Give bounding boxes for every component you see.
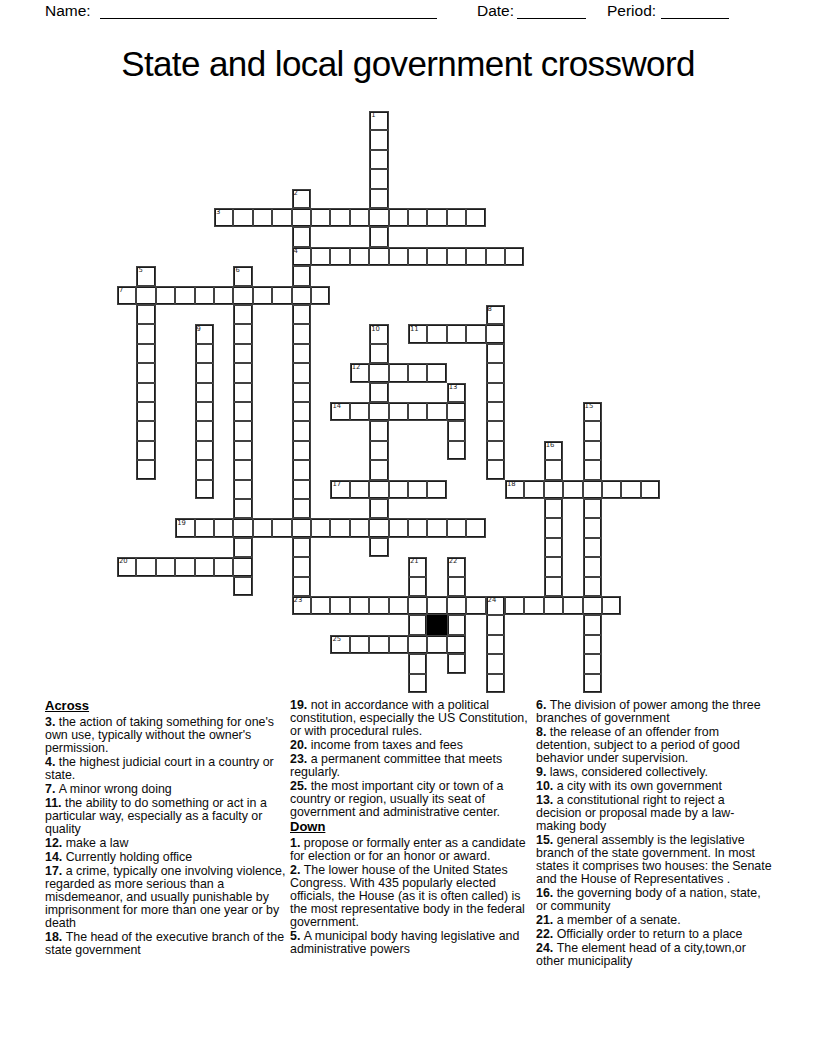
grid-cell[interactable] [583,654,602,673]
grid-cell[interactable] [447,518,466,537]
grid-cell[interactable] [292,344,311,363]
grid-cell[interactable] [292,577,311,596]
grid-cell[interactable] [447,654,466,673]
down-header: Down [290,820,534,834]
grid-cell[interactable] [136,286,155,305]
grid-cell[interactable] [602,480,621,499]
grid-cell[interactable] [292,324,311,343]
grid-cell[interactable] [583,421,602,440]
grid-cell[interactable] [466,324,485,343]
grid-cell[interactable] [233,538,252,557]
clue-number: 23. [290,752,311,766]
grid-cell[interactable] [447,383,466,402]
grid-cell[interactable] [350,596,369,615]
grid-cell[interactable] [583,480,602,499]
grid-cell[interactable] [369,441,388,460]
grid-cell[interactable] [369,383,388,402]
grid-cell[interactable] [447,596,466,615]
grid-cell[interactable] [136,441,155,460]
grid-cell[interactable] [136,402,155,421]
grid-cell[interactable] [175,518,194,537]
clue-item-12: 12. make a law [45,837,288,850]
grid-cell[interactable] [427,363,446,382]
grid-cell[interactable] [408,596,427,615]
grid-cell[interactable] [292,247,311,266]
grid-cell[interactable] [233,344,252,363]
grid-cell[interactable] [272,208,291,227]
grid-cell[interactable] [389,596,408,615]
grid-cell[interactable] [563,480,582,499]
grid-cell[interactable] [233,499,252,518]
grid-cell[interactable] [427,324,446,343]
clue-number: 13. [536,793,557,807]
grid-cell[interactable] [330,402,349,421]
period-label: Period: [607,2,656,19]
grid-cell[interactable] [292,363,311,382]
period-blank-line [661,1,729,19]
grid-cell[interactable] [369,189,388,208]
clue-item-9: 9. laws, considered collectively. [536,766,773,779]
clue-number: 11. [45,796,65,810]
clue-item-8: 8. the release of an offender from deten… [536,726,773,765]
grid-cell[interactable] [427,635,446,654]
grid-cell[interactable] [408,518,427,537]
grid-cell[interactable] [544,480,563,499]
clue-number: 17. [45,864,66,878]
grid-cell[interactable] [292,421,311,440]
clue-item-10: 10. a city with its own government [536,780,773,793]
grid-cell[interactable] [292,266,311,285]
grid-cell[interactable] [175,557,194,576]
clue-item-2: 2. The lower house of the United States … [290,864,534,929]
grid-cell[interactable] [330,480,349,499]
grid-cell[interactable] [486,596,505,615]
grid-cell[interactable] [505,480,524,499]
grid-cell[interactable] [214,518,233,537]
grid-cell[interactable] [486,674,505,693]
grid-cell[interactable] [233,305,252,324]
grid-cell[interactable] [369,247,388,266]
grid-cell[interactable] [292,596,311,615]
grid-cell[interactable] [214,557,233,576]
grid-cell[interactable] [447,441,466,460]
grid-cell[interactable] [369,150,388,169]
clue-item-16: 16. the governing body of a nation, stat… [536,887,773,913]
grid-cell[interactable] [369,635,388,654]
grid-cell[interactable] [544,577,563,596]
grid-cell[interactable] [389,247,408,266]
clue-number: 5. [290,929,304,943]
grid-cell[interactable] [447,208,466,227]
clue-item-5: 5. A municipal body having legislative a… [290,930,534,956]
grid-cell[interactable] [136,383,155,402]
grid-cell[interactable] [369,363,388,382]
grid-cell[interactable] [350,518,369,537]
name-blank-line [100,1,437,19]
grid-cell[interactable] [389,518,408,537]
grid-cell[interactable] [447,324,466,343]
crossword-grid: 1234567891011121314151617181920212223242… [117,111,662,695]
grid-cell[interactable] [292,286,311,305]
grid-cell[interactable] [466,247,485,266]
grid-cell[interactable] [408,577,427,596]
grid-cell[interactable] [311,518,330,537]
grid-cell[interactable] [311,208,330,227]
grid-cell[interactable] [136,305,155,324]
grid-cell[interactable] [156,557,175,576]
grid-cell[interactable] [389,402,408,421]
clue-number: 18. [45,930,66,944]
grid-cell[interactable] [486,441,505,460]
grid-cell[interactable] [292,538,311,557]
grid-cell[interactable] [466,596,485,615]
grid-cell[interactable] [408,615,427,634]
grid-cell[interactable] [117,557,136,576]
grid-cell[interactable] [214,286,233,305]
grid-cell[interactable] [292,460,311,479]
grid-cell[interactable] [369,421,388,440]
grid-cell[interactable] [486,460,505,479]
grid-cell[interactable] [369,208,388,227]
clue-item-24: 24. The element head of a city,town,or o… [536,942,773,968]
clue-number: 9. [536,765,550,779]
grid-cell[interactable] [583,402,602,421]
grid-cell[interactable] [408,480,427,499]
grid-cell[interactable] [233,557,252,576]
grid-cell[interactable] [369,169,388,188]
grid-cell[interactable] [369,402,388,421]
grid-cell[interactable] [447,557,466,576]
grid-cell[interactable] [292,208,311,227]
grid-cell[interactable] [563,596,582,615]
grid-cell[interactable] [233,480,252,499]
grid-cell[interactable] [292,305,311,324]
grid-cell[interactable] [524,480,543,499]
grid-cell[interactable] [486,363,505,382]
grid-cell[interactable] [369,111,388,130]
grid-cell[interactable] [292,189,311,208]
grid-cell[interactable] [583,518,602,537]
grid-cell[interactable] [253,208,272,227]
grid-cell[interactable] [621,480,640,499]
clue-number: 1. [290,836,304,850]
grid-cell[interactable] [350,402,369,421]
grid-cell[interactable] [214,208,233,227]
grid-cell[interactable] [408,402,427,421]
grid-cell[interactable] [369,324,388,343]
grid-cell[interactable] [272,286,291,305]
grid-cell[interactable] [583,557,602,576]
grid-cell[interactable] [350,480,369,499]
grid-cell[interactable] [466,208,485,227]
clue-item-20: 20. income from taxes and fees [290,739,534,752]
grid-cell[interactable] [583,674,602,693]
grid-cell[interactable] [233,577,252,596]
grid-cell[interactable] [447,247,466,266]
grid-cell[interactable] [486,615,505,634]
grid-cell[interactable] [369,596,388,615]
clue-number: 14. [45,850,66,864]
grid-cell[interactable] [447,402,466,421]
name-label: Name: [45,2,91,19]
grid-cell[interactable] [486,324,505,343]
grid-cell[interactable] [292,383,311,402]
clue-number: 21. [536,913,557,927]
clue-column-2: 19. not in accordance with a political c… [290,699,534,957]
grid-cell[interactable] [408,247,427,266]
page-title: State and local government crossword [0,45,816,83]
grid-cell[interactable] [195,421,214,440]
grid-cell[interactable] [330,518,349,537]
grid-cell[interactable] [117,286,136,305]
grid-cell[interactable] [408,208,427,227]
grid-cell[interactable] [233,286,252,305]
grid-cell[interactable] [233,383,252,402]
grid-cell[interactable] [486,421,505,440]
grid-cell[interactable] [195,344,214,363]
grid-cell[interactable] [195,557,214,576]
clue-number: 22. [536,927,557,941]
clue-number: 16. [536,886,557,900]
grid-cell[interactable] [369,538,388,557]
grid-cell[interactable] [505,247,524,266]
clue-number: 15. [536,833,557,847]
grid-cell[interactable] [408,635,427,654]
clue-item-15: 15. general assembly is the legislative … [536,834,773,886]
grid-cell[interactable] [136,557,155,576]
grid-cell[interactable] [486,247,505,266]
grid-cell[interactable] [233,421,252,440]
grid-cell[interactable] [195,286,214,305]
grid-cell[interactable] [544,518,563,537]
grid-cell[interactable] [389,208,408,227]
grid-cell[interactable] [292,402,311,421]
clue-item-23: 23. a permanent committee that meets reg… [290,753,534,779]
grid-cell[interactable] [544,441,563,460]
clue-item-25: 25. the most important city or town of a… [290,780,534,819]
grid-cell[interactable] [408,363,427,382]
grid-cell[interactable] [233,402,252,421]
grid-cell[interactable] [156,286,175,305]
clue-number: 2. [290,863,304,877]
grid-cell[interactable] [389,363,408,382]
grid-cell[interactable] [233,460,252,479]
grid-cell[interactable] [408,674,427,693]
grid-cell[interactable] [272,518,291,537]
grid-cell[interactable] [524,596,543,615]
grid-cell[interactable] [233,208,252,227]
grid-cell[interactable] [447,635,466,654]
grid-cell[interactable] [369,480,388,499]
grid-cell[interactable] [427,596,446,615]
grid-cell[interactable] [583,441,602,460]
clue-number: 12. [45,836,66,850]
grid-cell[interactable] [427,247,446,266]
grid-cell[interactable] [195,363,214,382]
grid-cell[interactable] [583,615,602,634]
clue-number: 3. [45,715,59,729]
grid-cell[interactable] [330,247,349,266]
grid-cell[interactable] [486,635,505,654]
grid-cell[interactable] [233,518,252,537]
grid-cell[interactable] [427,402,446,421]
grid-cell[interactable] [427,480,446,499]
clue-number: 7. [45,782,59,796]
clue-number: 10. [536,779,557,793]
date-label: Date: [477,2,514,19]
grid-cell[interactable] [486,402,505,421]
grid-cell[interactable] [544,460,563,479]
grid-cell[interactable] [233,441,252,460]
clue-number: 8. [536,725,550,739]
clue-item-11: 11. the ability to do something or act i… [45,797,288,836]
across-header: Across [45,699,288,713]
grid-cell[interactable] [330,596,349,615]
grid-cell[interactable] [330,635,349,654]
grid-cell[interactable] [486,383,505,402]
clue-column-3: 6. The division of power among the three… [536,699,773,969]
grid-cell[interactable] [311,596,330,615]
grid-cell[interactable] [233,363,252,382]
grid-cell[interactable] [486,344,505,363]
grid-cell[interactable] [447,421,466,440]
grid-cell[interactable] [408,557,427,576]
grid-cell[interactable] [292,499,311,518]
clue-item-1: 1. propose or formally enter as a candid… [290,837,534,863]
grid-cell[interactable] [408,324,427,343]
grid-cell[interactable] [350,635,369,654]
grid-cell[interactable] [195,441,214,460]
grid-cell[interactable] [544,557,563,576]
grid-cell[interactable] [466,518,485,537]
clue-item-4: 4. the highest judicial court in a count… [45,756,288,782]
clue-item-17: 17. a crime, typically one involving vio… [45,865,288,930]
grid-cell[interactable] [350,247,369,266]
grid-cell[interactable] [195,518,214,537]
grid-cell[interactable] [583,460,602,479]
clue-number: 24. [536,941,557,955]
grid-cell[interactable] [233,324,252,343]
grid-cell[interactable] [447,577,466,596]
clue-number: 25. [290,779,311,793]
grid-cell[interactable] [292,227,311,246]
clue-item-21: 21. a member of a senate. [536,914,773,927]
grid-cell[interactable] [408,654,427,673]
grid-cell[interactable] [389,480,408,499]
grid-cell[interactable] [369,460,388,479]
grid-cell[interactable] [389,635,408,654]
grid-cell[interactable] [427,208,446,227]
clue-item-3: 3. the action of taking something for on… [45,716,288,755]
clue-item-22: 22. Officially order to return to a plac… [536,928,773,941]
grid-cell[interactable] [136,324,155,343]
grid-cell[interactable] [136,344,155,363]
grid-cell[interactable] [486,305,505,324]
grid-cell[interactable] [350,363,369,382]
grid-cell[interactable] [544,499,563,518]
grid-cell[interactable] [175,286,194,305]
grid-cell[interactable] [195,383,214,402]
worksheet-page: { "header": { "name_label": "Name:", "da… [0,0,816,1056]
clue-number: 19. [290,698,311,712]
grid-cell[interactable] [292,441,311,460]
grid-cell[interactable] [195,324,214,343]
grid-cell[interactable] [486,654,505,673]
grid-cell[interactable] [641,480,660,499]
grid-cell[interactable] [505,596,524,615]
grid-cell[interactable] [447,615,466,634]
clue-number: 6. [536,698,550,712]
clue-item-13: 13. a constitutional right to reject a d… [536,794,773,833]
grid-cell[interactable] [253,286,272,305]
clue-item-19: 19. not in accordance with a political c… [290,699,534,738]
grid-cell[interactable] [544,538,563,557]
grid-cell[interactable] [195,480,214,499]
grid-cell[interactable] [583,499,602,518]
clue-item-6: 6. The division of power among the three… [536,699,773,725]
grid-cell[interactable] [292,480,311,499]
grid-cell[interactable] [350,208,369,227]
grid-cell[interactable] [583,596,602,615]
clue-number: 4. [45,755,59,769]
grid-cell[interactable] [369,518,388,537]
grid-cell[interactable] [311,247,330,266]
grid-cell[interactable] [583,635,602,654]
grid-cell[interactable] [369,130,388,149]
clue-number: 20. [290,738,311,752]
clue-item-18: 18. The head of the executive branch of … [45,931,288,957]
grid-cell[interactable] [369,344,388,363]
grid-cell[interactable] [311,286,330,305]
grid-cell[interactable] [292,557,311,576]
grid-cell[interactable] [136,363,155,382]
grid-cell[interactable] [233,266,252,285]
grid-cell[interactable] [136,266,155,285]
grid-cell[interactable] [136,421,155,440]
grid-cell[interactable] [330,208,349,227]
grid-cell[interactable] [583,577,602,596]
date-blank-line [517,1,586,19]
grid-cell[interactable] [292,518,311,537]
clue-column-1: Across3. the action of taking something … [45,699,288,958]
grid-cell[interactable] [195,402,214,421]
grid-cell[interactable] [369,499,388,518]
grid-cell[interactable] [427,518,446,537]
grid-cell[interactable] [602,596,621,615]
grid-cell[interactable] [369,227,388,246]
grid-cell[interactable] [253,518,272,537]
clue-item-7: 7. A minor wrong doing [45,783,288,796]
black-cell [427,615,446,634]
grid-cell[interactable] [583,538,602,557]
grid-cell[interactable] [195,460,214,479]
grid-cell[interactable] [136,460,155,479]
clue-item-14: 14. Currently holding office [45,851,288,864]
grid-cell[interactable] [544,596,563,615]
